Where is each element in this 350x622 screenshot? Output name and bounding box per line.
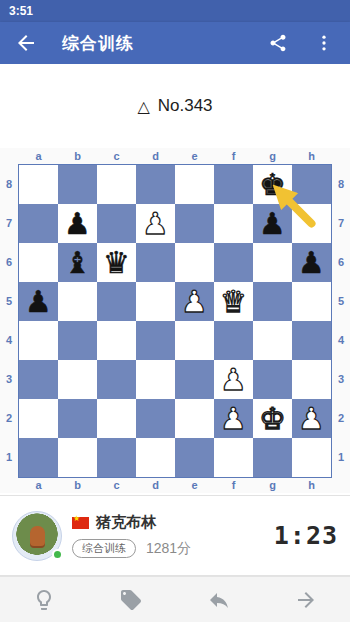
square-b3[interactable]	[58, 360, 97, 399]
file-label-f: f	[214, 478, 253, 493]
square-h1[interactable]	[292, 438, 331, 477]
square-c5[interactable]	[97, 282, 136, 321]
file-label-a: a	[19, 149, 58, 164]
square-c7[interactable]	[97, 204, 136, 243]
rank-label-1: 1	[0, 437, 18, 476]
square-d2[interactable]	[136, 399, 175, 438]
rank-label-6: 6	[0, 242, 18, 281]
status-bar: 3:51	[0, 0, 350, 22]
file-label-d: d	[136, 149, 175, 164]
square-h8[interactable]	[292, 165, 331, 204]
puzzle-number: No.343	[158, 96, 213, 116]
square-c6[interactable]: ♛	[97, 243, 136, 282]
square-e6[interactable]	[175, 243, 214, 282]
piece-bB-b6[interactable]: ♝	[64, 243, 91, 282]
square-e7[interactable]	[175, 204, 214, 243]
square-h6[interactable]: ♟	[292, 243, 331, 282]
side-to-move-indicator: △	[137, 97, 149, 116]
page-title: 综合训练	[62, 32, 134, 55]
file-labels-top: abcdefgh	[0, 149, 350, 164]
board-section: abcdefgh 87654321 ♚♟♟♟♝♛♟♟♟♛♟♟♚♟ 8765432…	[0, 148, 350, 493]
file-label-e: e	[175, 478, 214, 493]
rank-label-8: 8	[0, 164, 18, 203]
bottom-toolbar	[0, 576, 350, 622]
square-e4[interactable]	[175, 321, 214, 360]
square-a4[interactable]	[19, 321, 58, 360]
rank-label-2: 2	[332, 398, 350, 437]
player-name: 猪克布林	[96, 513, 156, 532]
square-a1[interactable]	[19, 438, 58, 477]
file-label-g: g	[253, 478, 292, 493]
square-g3[interactable]	[253, 360, 292, 399]
piece-bP-b7[interactable]: ♟	[64, 204, 91, 243]
file-label-c: c	[97, 149, 136, 164]
player-score: 1281分	[146, 540, 191, 558]
square-e3[interactable]	[175, 360, 214, 399]
file-label-a: a	[19, 478, 58, 493]
lightbulb-icon	[32, 588, 56, 612]
square-g5[interactable]	[253, 282, 292, 321]
overflow-menu-icon[interactable]	[312, 31, 336, 55]
square-d6[interactable]	[136, 243, 175, 282]
piece-bK-g8[interactable]: ♚	[259, 165, 286, 204]
rank-label-7: 7	[0, 203, 18, 242]
file-labels-bottom: abcdefgh	[0, 478, 350, 493]
piece-wP-h2[interactable]: ♟	[298, 399, 325, 438]
back-icon[interactable]	[14, 31, 38, 55]
square-e1[interactable]	[175, 438, 214, 477]
rank-label-3: 3	[332, 359, 350, 398]
square-f5[interactable]: ♛	[214, 282, 253, 321]
undo-button[interactable]	[175, 577, 263, 622]
square-a3[interactable]	[19, 360, 58, 399]
file-label-h: h	[292, 478, 331, 493]
rank-label-8: 8	[332, 164, 350, 203]
player-info: 猪克布林 综合训练 1281分	[72, 513, 274, 558]
square-e2[interactable]	[175, 399, 214, 438]
square-f4[interactable]	[214, 321, 253, 360]
square-c2[interactable]	[97, 399, 136, 438]
square-f3[interactable]: ♟	[214, 360, 253, 399]
hint-button[interactable]	[0, 577, 88, 622]
square-f2[interactable]: ♟	[214, 399, 253, 438]
file-label-h: h	[292, 149, 331, 164]
rank-label-4: 4	[332, 320, 350, 359]
piece-bQ-c6[interactable]: ♛	[103, 243, 130, 282]
square-a7[interactable]	[19, 204, 58, 243]
square-b8[interactable]	[58, 165, 97, 204]
square-b4[interactable]	[58, 321, 97, 360]
square-f6[interactable]	[214, 243, 253, 282]
file-label-e: e	[175, 149, 214, 164]
file-label-b: b	[58, 478, 97, 493]
square-d8[interactable]	[136, 165, 175, 204]
puzzle-timer: 1:23	[274, 521, 338, 550]
chess-board: ♚♟♟♟♝♛♟♟♟♛♟♟♚♟	[18, 164, 332, 478]
square-g7[interactable]: ♟	[253, 204, 292, 243]
square-c8[interactable]	[97, 165, 136, 204]
square-c1[interactable]	[97, 438, 136, 477]
piece-bP-h6[interactable]: ♟	[298, 243, 325, 282]
piece-wP-e5[interactable]: ♟	[181, 282, 208, 321]
square-g1[interactable]	[253, 438, 292, 477]
square-g4[interactable]	[253, 321, 292, 360]
piece-wQ-f5[interactable]: ♛	[220, 282, 247, 321]
tag-button[interactable]	[88, 577, 176, 622]
square-h3[interactable]	[292, 360, 331, 399]
rank-label-5: 5	[0, 281, 18, 320]
square-c3[interactable]	[97, 360, 136, 399]
app-screen: 3:51 综合训练 △ No.343 abcdefgh 87654321 ♚♟♟…	[0, 0, 350, 622]
training-mode-badge: 综合训练	[72, 539, 136, 558]
square-e8[interactable]	[175, 165, 214, 204]
square-b1[interactable]	[58, 438, 97, 477]
next-button[interactable]	[263, 577, 350, 622]
share-icon[interactable]	[266, 31, 290, 55]
file-label-g: g	[253, 149, 292, 164]
rank-labels-right: 87654321	[332, 164, 350, 478]
square-h5[interactable]	[292, 282, 331, 321]
square-b7[interactable]: ♟	[58, 204, 97, 243]
rank-label-1: 1	[332, 437, 350, 476]
undo-icon	[207, 588, 231, 612]
square-e5[interactable]: ♟	[175, 282, 214, 321]
square-b2[interactable]	[58, 399, 97, 438]
file-label-f: f	[214, 149, 253, 164]
arrow-forward-icon	[294, 588, 318, 612]
file-label-c: c	[97, 478, 136, 493]
online-status-dot	[52, 549, 63, 560]
status-time: 3:51	[9, 4, 33, 18]
square-b6[interactable]: ♝	[58, 243, 97, 282]
square-g8[interactable]: ♚	[253, 165, 292, 204]
rank-label-2: 2	[0, 398, 18, 437]
square-d7[interactable]: ♟	[136, 204, 175, 243]
square-a8[interactable]	[19, 165, 58, 204]
rank-label-6: 6	[332, 242, 350, 281]
rank-labels-left: 87654321	[0, 164, 18, 478]
rank-label-3: 3	[0, 359, 18, 398]
square-d4[interactable]	[136, 321, 175, 360]
rank-label-4: 4	[0, 320, 18, 359]
square-d1[interactable]	[136, 438, 175, 477]
player-row: 猪克布林 综合训练 1281分 1:23	[0, 496, 350, 575]
square-c4[interactable]	[97, 321, 136, 360]
square-h4[interactable]	[292, 321, 331, 360]
piece-wK-g2[interactable]: ♚	[259, 399, 286, 438]
app-bar: 综合训练	[0, 22, 350, 64]
square-g2[interactable]: ♚	[253, 399, 292, 438]
rank-label-7: 7	[332, 203, 350, 242]
square-g6[interactable]	[253, 243, 292, 282]
piece-wP-f3[interactable]: ♟	[220, 360, 247, 399]
square-f7[interactable]	[214, 204, 253, 243]
square-f1[interactable]	[214, 438, 253, 477]
square-f8[interactable]	[214, 165, 253, 204]
tag-icon	[119, 588, 143, 612]
square-b5[interactable]	[58, 282, 97, 321]
square-h7[interactable]	[292, 204, 331, 243]
avatar[interactable]	[12, 511, 62, 561]
square-d5[interactable]	[136, 282, 175, 321]
china-flag-icon	[72, 517, 89, 529]
square-a5[interactable]: ♟	[19, 282, 58, 321]
square-d3[interactable]	[136, 360, 175, 399]
piece-wP-f2[interactable]: ♟	[220, 399, 247, 438]
file-label-d: d	[136, 478, 175, 493]
square-a2[interactable]	[19, 399, 58, 438]
piece-bP-g7[interactable]: ♟	[259, 204, 286, 243]
square-h2[interactable]: ♟	[292, 399, 331, 438]
piece-wP-d7[interactable]: ♟	[142, 204, 169, 243]
file-label-b: b	[58, 149, 97, 164]
piece-bP-a5[interactable]: ♟	[25, 282, 52, 321]
square-a6[interactable]	[19, 243, 58, 282]
puzzle-header: △ No.343	[0, 64, 350, 148]
rank-label-5: 5	[332, 281, 350, 320]
